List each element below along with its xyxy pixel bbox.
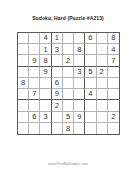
sudoku-cell-r5c1: 8	[18, 78, 29, 89]
sudoku-cell-r6c7: 4	[85, 89, 96, 100]
printable-sudoku-page: Sudoku, Hard (Puzzle #A213) 416813849827…	[0, 0, 136, 176]
sudoku-cell-r8c4	[52, 112, 63, 123]
sudoku-cell-r6c2: 7	[29, 89, 40, 100]
sudoku-cell-r2c8	[97, 44, 108, 55]
sudoku-cell-r9c2	[29, 123, 40, 134]
sudoku-cell-r2c5	[63, 44, 74, 55]
sudoku-cell-r3c2: 9	[29, 55, 40, 66]
sudoku-cell-r5c2	[29, 78, 40, 89]
sudoku-cell-r5c9	[108, 78, 119, 89]
sudoku-cell-r8c5: 5	[63, 112, 74, 123]
sudoku-cell-r1c1	[18, 33, 29, 44]
sudoku-cell-r2c1	[18, 44, 29, 55]
sudoku-cell-r1c5	[63, 33, 74, 44]
sudoku-cell-r8c1	[18, 112, 29, 123]
sudoku-cell-r8c7	[85, 112, 96, 123]
sudoku-cell-r2c6: 8	[74, 44, 85, 55]
sudoku-cell-r3c4	[52, 55, 63, 66]
sudoku-cell-r3c9: 7	[108, 55, 119, 66]
sudoku-cell-r7c4: 2	[52, 100, 63, 111]
sudoku-cell-r6c8	[97, 89, 108, 100]
sudoku-cell-r2c7	[85, 44, 96, 55]
sudoku-cell-r7c1	[18, 100, 29, 111]
footer-url: www.PrintMySudoku.com	[0, 162, 136, 166]
sudoku-cell-r8c6: 9	[74, 112, 85, 123]
sudoku-cell-r1c2	[29, 33, 40, 44]
sudoku-cell-r6c1	[18, 89, 29, 100]
sudoku-cell-r5c5	[63, 78, 74, 89]
sudoku-cell-r5c8	[97, 78, 108, 89]
sudoku-cell-r7c2	[29, 100, 40, 111]
sudoku-cell-r3c1	[18, 55, 29, 66]
sudoku-cell-r9c9	[108, 123, 119, 134]
sudoku-cell-r9c7	[85, 123, 96, 134]
sudoku-cell-r6c9	[108, 89, 119, 100]
sudoku-cell-r7c6	[74, 100, 85, 111]
sudoku-cell-r9c3	[40, 123, 51, 134]
puzzle-title: Sudoku, Hard (Puzzle #A213)	[0, 15, 136, 21]
sudoku-cell-r6c5	[63, 89, 74, 100]
sudoku-cell-r1c7: 6	[85, 33, 96, 44]
sudoku-cell-r5c4: 6	[52, 78, 63, 89]
sudoku-cell-r4c4	[52, 67, 63, 78]
sudoku-cell-r2c2	[29, 44, 40, 55]
sudoku-cell-r1c6	[74, 33, 85, 44]
sudoku-cell-r3c7	[85, 55, 96, 66]
sudoku-cell-r7c7	[85, 100, 96, 111]
sudoku-cell-r4c6: 3	[74, 67, 85, 78]
sudoku-cell-r1c8	[97, 33, 108, 44]
sudoku-cell-r4c1	[18, 67, 29, 78]
sudoku-cell-r8c8	[97, 112, 108, 123]
sudoku-cell-r4c3: 9	[40, 67, 51, 78]
sudoku-cell-r8c2: 6	[29, 112, 40, 123]
sudoku-cell-r4c7: 5	[85, 67, 96, 78]
sudoku-cell-r6c6	[74, 89, 85, 100]
sudoku-cell-r2c9: 4	[108, 44, 119, 55]
sudoku-cell-r8c3: 3	[40, 112, 51, 123]
sudoku-cell-r3c5: 2	[63, 55, 74, 66]
sudoku-cell-r1c9: 8	[108, 33, 119, 44]
sudoku-cell-r4c8: 2	[97, 67, 108, 78]
sudoku-cell-r1c4: 1	[52, 33, 63, 44]
sudoku-cell-r7c3	[40, 100, 51, 111]
sudoku-cell-r1c3: 4	[40, 33, 51, 44]
sudoku-cell-r3c3: 8	[40, 55, 51, 66]
sudoku-cell-r5c7	[85, 78, 96, 89]
sudoku-cell-r7c8	[97, 100, 108, 111]
sudoku-cell-r4c9	[108, 67, 119, 78]
sudoku-cell-r3c6	[74, 55, 85, 66]
sudoku-cell-r7c9	[108, 100, 119, 111]
sudoku-cell-r9c1	[18, 123, 29, 134]
sudoku-board: 4168138498279352867942635928	[17, 32, 120, 135]
sudoku-cell-r2c3: 1	[40, 44, 51, 55]
sudoku-cell-r4c2	[29, 67, 40, 78]
sudoku-cell-r5c6	[74, 78, 85, 89]
sudoku-cell-r6c3	[40, 89, 51, 100]
sudoku-cell-r9c4	[52, 123, 63, 134]
sudoku-cell-r3c8	[97, 55, 108, 66]
sudoku-cell-r9c5: 8	[63, 123, 74, 134]
sudoku-cell-r4c5	[63, 67, 74, 78]
sudoku-cell-r8c9: 2	[108, 112, 119, 123]
sudoku-cell-r6c4: 9	[52, 89, 63, 100]
sudoku-cell-r2c4: 3	[52, 44, 63, 55]
sudoku-cell-r7c5	[63, 100, 74, 111]
sudoku-cell-r5c3	[40, 78, 51, 89]
sudoku-cell-r9c6	[74, 123, 85, 134]
sudoku-cell-r9c8	[97, 123, 108, 134]
